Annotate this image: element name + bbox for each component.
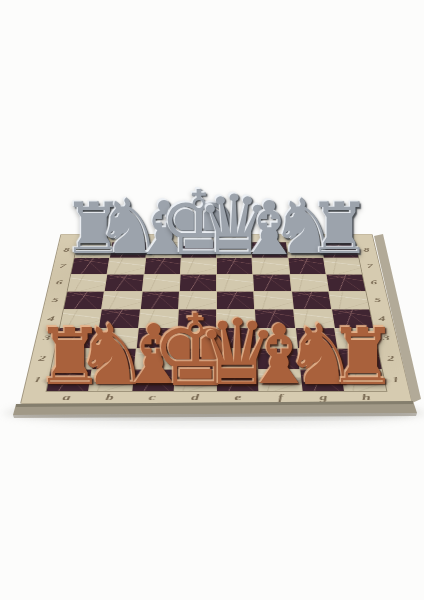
coord-file-b-top: b — [112, 234, 148, 242]
coord-file-e-top: e — [217, 234, 252, 242]
coord-rank-2-right: 2 — [377, 348, 404, 369]
square-d2 — [176, 348, 216, 369]
square-a3 — [56, 328, 98, 347]
square-c6 — [142, 274, 179, 291]
square-e7 — [217, 258, 253, 274]
square-g3 — [296, 328, 337, 347]
square-f1 — [258, 369, 301, 391]
square-h2 — [338, 348, 382, 369]
coord-file-c-top: c — [147, 234, 182, 242]
square-a2 — [51, 348, 95, 369]
square-d7 — [180, 258, 216, 274]
square-a5 — [64, 291, 104, 309]
square-c2 — [134, 348, 176, 369]
square-h1 — [341, 369, 386, 391]
coord-file-c-bottom: c — [130, 391, 174, 404]
square-a8 — [75, 242, 112, 257]
square-e5 — [217, 291, 254, 309]
square-b6 — [105, 274, 143, 291]
chess-set-photo: aabbccddeeffgghh1122334455667788 ♜♞♝♚♛♝♞… — [0, 0, 424, 600]
coord-file-b-bottom: b — [87, 391, 131, 404]
coord-rank-3-right: 3 — [373, 328, 400, 348]
square-f7 — [252, 258, 288, 274]
square-d6 — [180, 274, 216, 291]
square-f5 — [254, 291, 292, 309]
coord-file-a-bottom: a — [44, 391, 89, 404]
coord-rank-6-right: 6 — [362, 274, 386, 291]
square-g6 — [290, 274, 328, 291]
square-b1 — [89, 369, 133, 391]
square-e2 — [217, 348, 257, 369]
square-a7 — [71, 258, 109, 274]
square-f4 — [255, 309, 294, 327]
square-c8 — [146, 242, 182, 257]
coord-rank-7-right: 7 — [358, 258, 382, 274]
square-c4 — [138, 309, 177, 327]
square-b4 — [99, 309, 139, 327]
square-d3 — [177, 328, 216, 347]
coord-file-g-top: g — [285, 234, 321, 242]
square-g8 — [286, 242, 322, 257]
square-g1 — [300, 369, 344, 391]
square-h5 — [329, 291, 369, 309]
square-c7 — [144, 258, 180, 274]
square-b2 — [93, 348, 136, 369]
square-h3 — [335, 328, 377, 347]
square-g7 — [288, 258, 325, 274]
square-d4 — [178, 309, 216, 327]
coord-file-a-top: a — [78, 234, 114, 242]
coord-file-e-bottom: e — [217, 391, 260, 404]
coord-file-f-top: f — [251, 234, 286, 242]
square-h8 — [321, 242, 358, 257]
square-a4 — [60, 309, 101, 327]
square-e6 — [217, 274, 253, 291]
chess-board: aabbccddeeffgghh1122334455667788 — [20, 234, 413, 404]
square-e3 — [217, 328, 256, 347]
square-e4 — [217, 309, 255, 327]
square-b7 — [108, 258, 145, 274]
coord-file-h-top: h — [319, 234, 355, 242]
coord-file-g-bottom: g — [301, 391, 345, 404]
square-f3 — [256, 328, 296, 347]
coord-file-d-top: d — [182, 234, 217, 242]
square-d5 — [179, 291, 216, 309]
square-c3 — [136, 328, 176, 347]
square-d8 — [181, 242, 216, 257]
square-f2 — [257, 348, 299, 369]
square-a1 — [47, 369, 92, 391]
coord-rank-5-right: 5 — [365, 291, 390, 309]
coord-file-f-bottom: f — [259, 391, 303, 404]
square-e1 — [217, 369, 259, 391]
square-b3 — [96, 328, 137, 347]
square-g4 — [294, 309, 334, 327]
coord-rank-8-right: 8 — [355, 242, 378, 258]
coord-file-h-bottom: h — [344, 391, 389, 404]
square-f8 — [252, 242, 288, 257]
square-f6 — [253, 274, 290, 291]
square-h6 — [326, 274, 365, 291]
coord-rank-4-right: 4 — [369, 309, 395, 328]
square-e8 — [217, 242, 252, 257]
square-h4 — [332, 309, 373, 327]
square-d1 — [174, 369, 216, 391]
square-b8 — [110, 242, 146, 257]
square-b5 — [102, 291, 141, 309]
coord-file-d-bottom: d — [173, 391, 216, 404]
square-g2 — [298, 348, 341, 369]
square-h7 — [324, 258, 362, 274]
board-squares-grid — [47, 242, 387, 391]
square-g5 — [292, 291, 331, 309]
square-a6 — [68, 274, 107, 291]
square-c1 — [132, 369, 175, 391]
square-c5 — [140, 291, 178, 309]
